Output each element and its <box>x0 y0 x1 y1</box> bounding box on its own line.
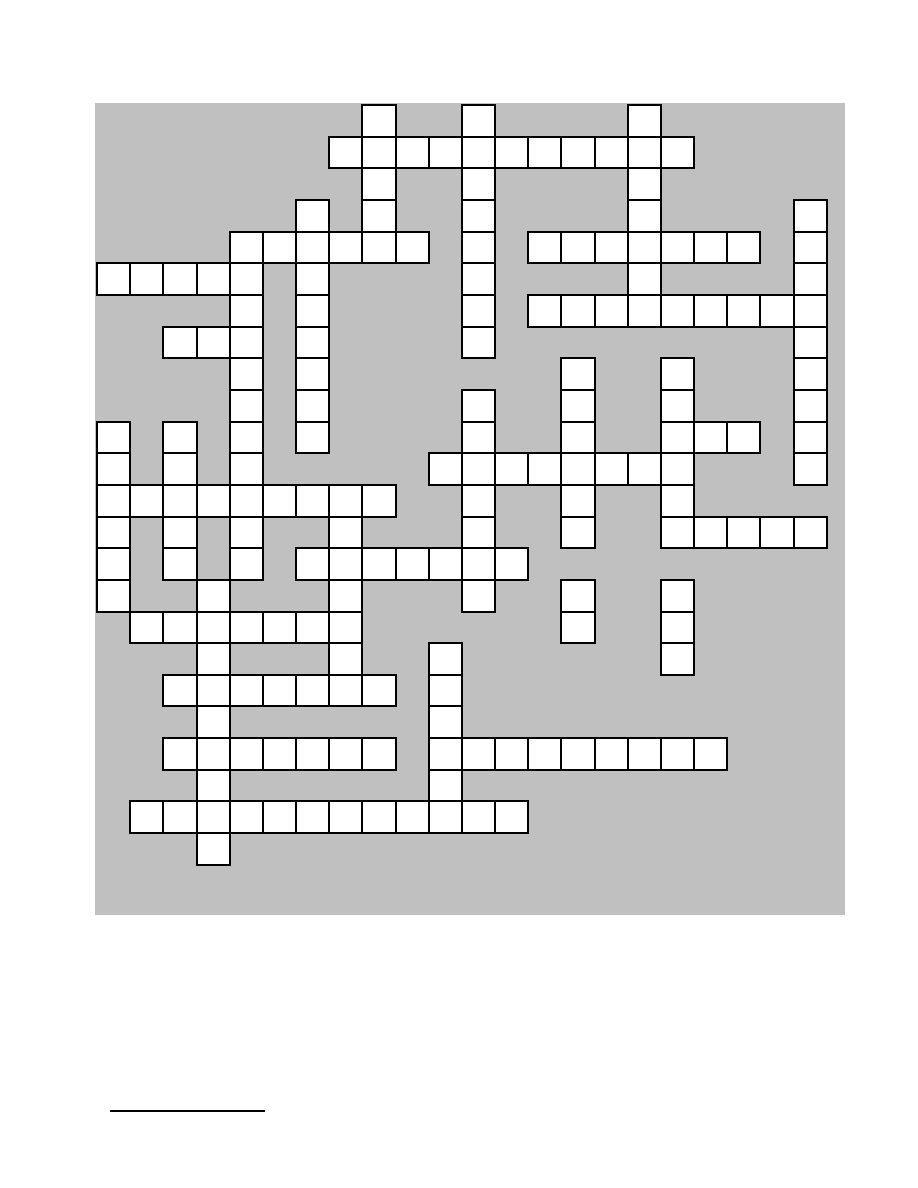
block-cell <box>528 263 561 295</box>
crossword-cell[interactable] <box>628 200 661 232</box>
crossword-cell[interactable] <box>296 675 329 707</box>
crossword-cell[interactable] <box>495 137 528 169</box>
crossword-cell[interactable] <box>561 295 594 327</box>
crossword-cell[interactable] <box>197 580 230 612</box>
block-cell <box>561 168 594 200</box>
crossword-cell[interactable] <box>462 295 495 327</box>
crossword-cell[interactable] <box>263 485 296 517</box>
crossword-cell[interactable] <box>628 232 661 264</box>
crossword-cell[interactable] <box>329 485 362 517</box>
block-cell <box>130 422 163 454</box>
crossword-cell[interactable] <box>794 517 827 549</box>
block-cell <box>661 327 694 359</box>
block-cell <box>794 738 827 770</box>
block-cell <box>130 137 163 169</box>
crossword-cell[interactable] <box>329 801 362 833</box>
block-cell <box>362 263 395 295</box>
block-cell <box>362 327 395 359</box>
block-cell <box>727 358 760 390</box>
crossword-cell[interactable] <box>794 358 827 390</box>
block-cell <box>760 422 793 454</box>
block-cell <box>97 200 130 232</box>
block-cell <box>296 770 329 802</box>
crossword-cell[interactable] <box>462 137 495 169</box>
block-cell <box>794 612 827 644</box>
block-cell <box>130 738 163 770</box>
crossword-cell[interactable] <box>528 738 561 770</box>
block-cell <box>296 517 329 549</box>
crossword-cell[interactable] <box>197 833 230 865</box>
crossword-cell[interactable] <box>628 263 661 295</box>
block-cell <box>163 168 196 200</box>
crossword-cell[interactable] <box>163 263 196 295</box>
crossword-cell[interactable] <box>296 738 329 770</box>
crossword-cell[interactable] <box>130 263 163 295</box>
block-cell <box>462 643 495 675</box>
block-cell <box>329 833 362 865</box>
block-cell <box>528 643 561 675</box>
crossword-cell[interactable] <box>329 580 362 612</box>
crossword-cell[interactable] <box>197 485 230 517</box>
crossword-cell[interactable] <box>296 801 329 833</box>
block-cell <box>263 643 296 675</box>
crossword-cell[interactable] <box>329 548 362 580</box>
crossword-cell[interactable] <box>794 295 827 327</box>
block-cell <box>97 168 130 200</box>
block-cell <box>263 390 296 422</box>
block-cell <box>760 580 793 612</box>
crossword-cell[interactable] <box>727 232 760 264</box>
crossword-cell[interactable] <box>230 327 263 359</box>
block-cell <box>130 105 163 137</box>
block-cell <box>197 390 230 422</box>
block-cell <box>528 390 561 422</box>
crossword-cell[interactable] <box>462 548 495 580</box>
block-cell <box>760 485 793 517</box>
crossword-cell[interactable] <box>495 548 528 580</box>
crossword-cell[interactable] <box>296 263 329 295</box>
block-cell <box>595 200 628 232</box>
crossword-cell[interactable] <box>396 548 429 580</box>
crossword-cell[interactable] <box>97 263 130 295</box>
crossword-cell[interactable] <box>97 422 130 454</box>
block-cell <box>727 168 760 200</box>
crossword-cell[interactable] <box>329 612 362 644</box>
block-cell <box>263 770 296 802</box>
block-cell <box>163 105 196 137</box>
crossword-cell[interactable] <box>561 612 594 644</box>
crossword-cell[interactable] <box>462 327 495 359</box>
crossword-cell[interactable] <box>230 485 263 517</box>
block-cell <box>230 833 263 865</box>
crossword-cell[interactable] <box>230 263 263 295</box>
crossword-cell[interactable] <box>362 200 395 232</box>
crossword-cell[interactable] <box>561 358 594 390</box>
crossword-cell[interactable] <box>329 137 362 169</box>
block-cell <box>263 453 296 485</box>
crossword-cell[interactable] <box>230 738 263 770</box>
crossword-cell[interactable] <box>429 643 462 675</box>
crossword-cell[interactable] <box>263 801 296 833</box>
crossword-cell[interactable] <box>462 485 495 517</box>
crossword-cell[interactable] <box>362 105 395 137</box>
crossword-cell[interactable] <box>694 422 727 454</box>
crossword-cell[interactable] <box>163 738 196 770</box>
block-cell <box>727 485 760 517</box>
crossword-cell[interactable] <box>429 801 462 833</box>
crossword-cell[interactable] <box>296 612 329 644</box>
block-cell <box>495 105 528 137</box>
crossword-cell[interactable] <box>561 580 594 612</box>
block-cell <box>661 548 694 580</box>
crossword-cell[interactable] <box>296 358 329 390</box>
crossword-cell[interactable] <box>163 612 196 644</box>
block-cell <box>595 422 628 454</box>
block-cell <box>396 453 429 485</box>
crossword-cell[interactable] <box>163 485 196 517</box>
crossword-cell[interactable] <box>362 675 395 707</box>
block-cell <box>197 200 230 232</box>
crossword-cell[interactable] <box>296 327 329 359</box>
block-cell <box>727 706 760 738</box>
crossword-cell[interactable] <box>163 453 196 485</box>
crossword-cell[interactable] <box>429 706 462 738</box>
crossword-cell[interactable] <box>462 232 495 264</box>
crossword-cell[interactable] <box>661 422 694 454</box>
crossword-cell[interactable] <box>727 295 760 327</box>
block-cell <box>197 517 230 549</box>
crossword-cell[interactable] <box>429 675 462 707</box>
crossword-cell[interactable] <box>329 675 362 707</box>
crossword-cell[interactable] <box>396 137 429 169</box>
crossword-cell[interactable] <box>429 137 462 169</box>
crossword-cell[interactable] <box>462 200 495 232</box>
crossword-cell[interactable] <box>197 612 230 644</box>
block-cell <box>528 580 561 612</box>
block-cell <box>595 105 628 137</box>
crossword-cell[interactable] <box>661 485 694 517</box>
block-cell <box>495 485 528 517</box>
block-cell <box>694 833 727 865</box>
block-cell <box>595 263 628 295</box>
crossword-cell[interactable] <box>197 327 230 359</box>
crossword-cell[interactable] <box>230 358 263 390</box>
block-cell <box>628 327 661 359</box>
crossword-cell[interactable] <box>561 517 594 549</box>
block-cell <box>230 105 263 137</box>
block-cell <box>595 833 628 865</box>
block-cell <box>130 706 163 738</box>
block-cell <box>396 358 429 390</box>
block-cell <box>760 612 793 644</box>
crossword-cell[interactable] <box>462 801 495 833</box>
crossword-cell[interactable] <box>97 517 130 549</box>
block-cell <box>97 801 130 833</box>
crossword-cell[interactable] <box>561 232 594 264</box>
crossword-cell[interactable] <box>362 801 395 833</box>
crossword-cell[interactable] <box>362 485 395 517</box>
crossword-cell[interactable] <box>163 801 196 833</box>
crossword-cell[interactable] <box>462 738 495 770</box>
crossword-cell[interactable] <box>661 517 694 549</box>
crossword-cell[interactable] <box>694 295 727 327</box>
crossword-cell[interactable] <box>362 168 395 200</box>
crossword-cell[interactable] <box>97 548 130 580</box>
block-cell <box>628 548 661 580</box>
block-cell <box>760 358 793 390</box>
crossword-cell[interactable] <box>197 801 230 833</box>
crossword-cell[interactable] <box>694 517 727 549</box>
block-cell <box>462 675 495 707</box>
crossword-cell[interactable] <box>595 738 628 770</box>
crossword-cell[interactable] <box>462 390 495 422</box>
block-cell <box>429 485 462 517</box>
block-cell <box>561 548 594 580</box>
crossword-cell[interactable] <box>727 422 760 454</box>
block-cell <box>760 200 793 232</box>
crossword-cell[interactable] <box>429 453 462 485</box>
block-cell <box>429 105 462 137</box>
crossword-cell[interactable] <box>794 232 827 264</box>
crossword-cell[interactable] <box>462 580 495 612</box>
crossword-cell[interactable] <box>362 738 395 770</box>
block-cell <box>794 770 827 802</box>
block-cell <box>130 295 163 327</box>
crossword-cell[interactable] <box>163 422 196 454</box>
crossword-cell[interactable] <box>97 453 130 485</box>
crossword-cell[interactable] <box>661 453 694 485</box>
crossword-cell[interactable] <box>362 548 395 580</box>
crossword-cell[interactable] <box>661 643 694 675</box>
crossword-cell[interactable] <box>230 422 263 454</box>
crossword-cell[interactable] <box>495 453 528 485</box>
crossword-cell[interactable] <box>329 517 362 549</box>
crossword-cell[interactable] <box>130 485 163 517</box>
crossword-cell[interactable] <box>628 453 661 485</box>
crossword-cell[interactable] <box>197 675 230 707</box>
crossword-cell[interactable] <box>197 706 230 738</box>
crossword-cell[interactable] <box>628 738 661 770</box>
crossword-cell[interactable] <box>661 137 694 169</box>
block-cell <box>661 706 694 738</box>
crossword-cell[interactable] <box>230 612 263 644</box>
crossword-cell[interactable] <box>429 770 462 802</box>
crossword-cell[interactable] <box>296 232 329 264</box>
crossword-cell[interactable] <box>230 675 263 707</box>
block-cell <box>362 643 395 675</box>
block-cell <box>362 390 395 422</box>
block-cell <box>495 580 528 612</box>
block-cell <box>760 105 793 137</box>
crossword-cell[interactable] <box>628 168 661 200</box>
block-cell <box>794 643 827 675</box>
crossword-cell[interactable] <box>230 295 263 327</box>
crossword-cell[interactable] <box>263 738 296 770</box>
block-cell <box>628 358 661 390</box>
block-cell <box>396 200 429 232</box>
crossword-cell[interactable] <box>230 390 263 422</box>
crossword-cell[interactable] <box>163 548 196 580</box>
crossword-cell[interactable] <box>595 232 628 264</box>
block-cell <box>130 517 163 549</box>
crossword-cell[interactable] <box>528 295 561 327</box>
crossword-cell[interactable] <box>794 422 827 454</box>
block-cell <box>495 232 528 264</box>
crossword-cell[interactable] <box>727 517 760 549</box>
block-cell <box>495 770 528 802</box>
block-cell <box>296 168 329 200</box>
crossword-cell[interactable] <box>561 137 594 169</box>
crossword-cell[interactable] <box>163 327 196 359</box>
crossword-cell[interactable] <box>230 232 263 264</box>
block-cell <box>429 612 462 644</box>
block-cell <box>528 358 561 390</box>
crossword-cell[interactable] <box>263 675 296 707</box>
crossword-cell[interactable] <box>296 200 329 232</box>
block-cell <box>595 517 628 549</box>
block-cell <box>628 580 661 612</box>
crossword-cell[interactable] <box>561 738 594 770</box>
crossword-cell[interactable] <box>760 517 793 549</box>
block-cell <box>197 105 230 137</box>
crossword-cell[interactable] <box>329 738 362 770</box>
crossword-cell[interactable] <box>329 643 362 675</box>
crossword-cell[interactable] <box>661 390 694 422</box>
crossword-cell[interactable] <box>760 295 793 327</box>
crossword-cell[interactable] <box>661 358 694 390</box>
crossword-cell[interactable] <box>495 801 528 833</box>
block-cell <box>794 137 827 169</box>
block-cell <box>528 675 561 707</box>
crossword-cell[interactable] <box>97 580 130 612</box>
crossword-cell[interactable] <box>661 738 694 770</box>
crossword-cell[interactable] <box>296 485 329 517</box>
crossword-cell[interactable] <box>595 295 628 327</box>
block-cell <box>628 485 661 517</box>
crossword-cell[interactable] <box>230 548 263 580</box>
crossword-cell[interactable] <box>661 232 694 264</box>
crossword-cell[interactable] <box>429 738 462 770</box>
block-cell <box>429 390 462 422</box>
crossword-cell[interactable] <box>97 485 130 517</box>
crossword-cell[interactable] <box>396 232 429 264</box>
crossword-cell[interactable] <box>561 453 594 485</box>
block-cell <box>130 232 163 264</box>
crossword-cell[interactable] <box>163 675 196 707</box>
crossword-cell[interactable] <box>528 232 561 264</box>
block-cell <box>595 358 628 390</box>
crossword-cell[interactable] <box>462 422 495 454</box>
crossword-cell[interactable] <box>561 390 594 422</box>
block-cell <box>561 706 594 738</box>
block-cell <box>163 137 196 169</box>
block-cell <box>130 643 163 675</box>
block-cell <box>197 232 230 264</box>
block-cell <box>97 770 130 802</box>
crossword-cell[interactable] <box>329 232 362 264</box>
block-cell <box>727 453 760 485</box>
crossword-cell[interactable] <box>230 801 263 833</box>
block-cell <box>661 801 694 833</box>
crossword-cell[interactable] <box>794 327 827 359</box>
block-cell <box>727 801 760 833</box>
crossword-cell[interactable] <box>230 517 263 549</box>
block-cell <box>130 580 163 612</box>
block-cell <box>263 263 296 295</box>
crossword-cell[interactable] <box>694 738 727 770</box>
block-cell <box>595 327 628 359</box>
crossword-cell[interactable] <box>462 453 495 485</box>
crossword-cell[interactable] <box>163 517 196 549</box>
crossword-cell[interactable] <box>794 263 827 295</box>
crossword-cell[interactable] <box>462 263 495 295</box>
crossword-cell[interactable] <box>197 643 230 675</box>
crossword-cell[interactable] <box>661 580 694 612</box>
crossword-cell[interactable] <box>595 453 628 485</box>
block-cell <box>694 263 727 295</box>
block-cell <box>760 801 793 833</box>
block-cell <box>694 137 727 169</box>
block-cell <box>760 706 793 738</box>
crossword-cell[interactable] <box>561 422 594 454</box>
block-cell <box>97 833 130 865</box>
crossword-cell[interactable] <box>628 105 661 137</box>
crossword-cell[interactable] <box>130 801 163 833</box>
block-cell <box>694 168 727 200</box>
crossword-cell[interactable] <box>661 612 694 644</box>
crossword-cell[interactable] <box>462 105 495 137</box>
crossword-cell[interactable] <box>296 548 329 580</box>
crossword-cell[interactable] <box>794 200 827 232</box>
crossword-cell[interactable] <box>396 801 429 833</box>
crossword-cell[interactable] <box>661 295 694 327</box>
crossword-cell[interactable] <box>462 168 495 200</box>
crossword-cell[interactable] <box>694 232 727 264</box>
crossword-cell[interactable] <box>263 232 296 264</box>
block-cell <box>694 453 727 485</box>
crossword-cell[interactable] <box>130 612 163 644</box>
block-cell <box>727 137 760 169</box>
crossword-cell[interactable] <box>561 485 594 517</box>
crossword-cell[interactable] <box>296 422 329 454</box>
crossword-cell[interactable] <box>495 738 528 770</box>
crossword-cell[interactable] <box>528 453 561 485</box>
crossword-cell[interactable] <box>296 390 329 422</box>
block-cell <box>462 358 495 390</box>
crossword-cell[interactable] <box>794 453 827 485</box>
crossword-cell[interactable] <box>230 453 263 485</box>
block-cell <box>263 580 296 612</box>
block-cell <box>163 200 196 232</box>
block-cell <box>760 770 793 802</box>
crossword-cell[interactable] <box>462 517 495 549</box>
crossword-cell[interactable] <box>197 738 230 770</box>
crossword-cell[interactable] <box>628 295 661 327</box>
crossword-cell[interactable] <box>197 770 230 802</box>
crossword-cell[interactable] <box>595 137 628 169</box>
block-cell <box>760 390 793 422</box>
crossword-cell[interactable] <box>429 548 462 580</box>
crossword-cell[interactable] <box>197 263 230 295</box>
crossword-cell[interactable] <box>794 390 827 422</box>
crossword-cell[interactable] <box>296 295 329 327</box>
crossword-cell[interactable] <box>263 612 296 644</box>
crossword-cell[interactable] <box>628 137 661 169</box>
crossword-cell[interactable] <box>528 137 561 169</box>
block-cell <box>130 168 163 200</box>
crossword-cell[interactable] <box>362 137 395 169</box>
crossword-cell[interactable] <box>362 232 395 264</box>
